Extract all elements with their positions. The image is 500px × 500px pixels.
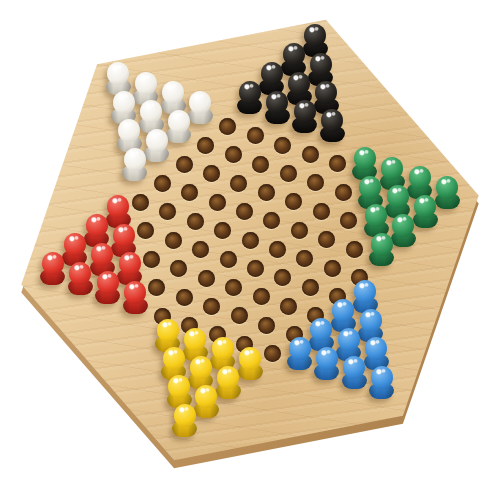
peg-red[interactable] xyxy=(95,271,120,304)
hole[interactable] xyxy=(198,270,215,287)
hole[interactable] xyxy=(291,222,308,239)
peg-green[interactable] xyxy=(435,176,460,209)
hole[interactable] xyxy=(340,212,357,229)
peg-blue[interactable] xyxy=(314,347,339,380)
peg-yellow[interactable] xyxy=(194,385,219,418)
peg-yellow[interactable] xyxy=(238,347,263,380)
hole[interactable] xyxy=(324,260,341,277)
hole[interactable] xyxy=(132,194,149,211)
hole[interactable] xyxy=(247,260,264,277)
chinese-checkers-board-photo xyxy=(0,0,500,500)
hole[interactable] xyxy=(274,137,291,154)
hole[interactable] xyxy=(269,241,286,258)
peg-white[interactable] xyxy=(122,148,147,181)
hole[interactable] xyxy=(258,317,275,334)
peg-blue[interactable] xyxy=(369,366,394,399)
hole[interactable] xyxy=(313,203,330,220)
hole[interactable] xyxy=(181,184,198,201)
hole[interactable] xyxy=(159,203,176,220)
hole[interactable] xyxy=(187,213,204,230)
hole[interactable] xyxy=(214,222,231,239)
hole[interactable] xyxy=(197,137,214,154)
hole[interactable] xyxy=(247,127,264,144)
peg-black[interactable] xyxy=(265,91,290,124)
hole[interactable] xyxy=(203,165,220,182)
peg-white[interactable] xyxy=(144,129,169,162)
hole[interactable] xyxy=(296,250,313,267)
hole[interactable] xyxy=(302,279,319,296)
hole[interactable] xyxy=(307,174,324,191)
peg-blue[interactable] xyxy=(287,337,312,370)
hole[interactable] xyxy=(264,345,281,362)
peg-green[interactable] xyxy=(413,195,438,228)
hole[interactable] xyxy=(225,146,242,163)
hole[interactable] xyxy=(230,175,247,192)
peg-yellow[interactable] xyxy=(172,404,197,437)
peg-green[interactable] xyxy=(369,233,394,266)
hole[interactable] xyxy=(318,231,335,248)
hole[interactable] xyxy=(154,175,171,192)
peg-red[interactable] xyxy=(68,262,93,295)
hole[interactable] xyxy=(203,298,220,315)
hole[interactable] xyxy=(137,222,154,239)
peg-green[interactable] xyxy=(391,214,416,247)
peg-white[interactable] xyxy=(188,91,213,124)
hole[interactable] xyxy=(252,156,269,173)
hole[interactable] xyxy=(258,184,275,201)
hole[interactable] xyxy=(176,289,193,306)
hole[interactable] xyxy=(170,260,187,277)
peg-blue[interactable] xyxy=(342,356,367,389)
hole[interactable] xyxy=(346,241,363,258)
hole[interactable] xyxy=(219,118,236,135)
hole[interactable] xyxy=(302,146,319,163)
hole[interactable] xyxy=(225,279,242,296)
peg-red[interactable] xyxy=(40,252,65,285)
peg-black[interactable] xyxy=(292,100,317,133)
hole[interactable] xyxy=(148,279,165,296)
hole[interactable] xyxy=(220,251,237,268)
hole[interactable] xyxy=(253,288,270,305)
hole[interactable] xyxy=(242,232,259,249)
hole[interactable] xyxy=(263,212,280,229)
hole[interactable] xyxy=(143,251,160,268)
hole[interactable] xyxy=(236,203,253,220)
hole[interactable] xyxy=(285,193,302,210)
hole[interactable] xyxy=(274,269,291,286)
peg-black[interactable] xyxy=(237,81,262,114)
hole[interactable] xyxy=(192,241,209,258)
peg-red[interactable] xyxy=(123,281,148,314)
hole[interactable] xyxy=(280,165,297,182)
hole[interactable] xyxy=(335,184,352,201)
hole[interactable] xyxy=(231,307,248,324)
hole[interactable] xyxy=(329,155,346,172)
peg-yellow[interactable] xyxy=(216,366,241,399)
board-holes-layer xyxy=(0,0,500,500)
hole[interactable] xyxy=(209,194,226,211)
peg-black[interactable] xyxy=(320,109,345,142)
hole[interactable] xyxy=(165,232,182,249)
hole[interactable] xyxy=(280,298,297,315)
hole[interactable] xyxy=(176,156,193,173)
peg-white[interactable] xyxy=(166,110,191,143)
